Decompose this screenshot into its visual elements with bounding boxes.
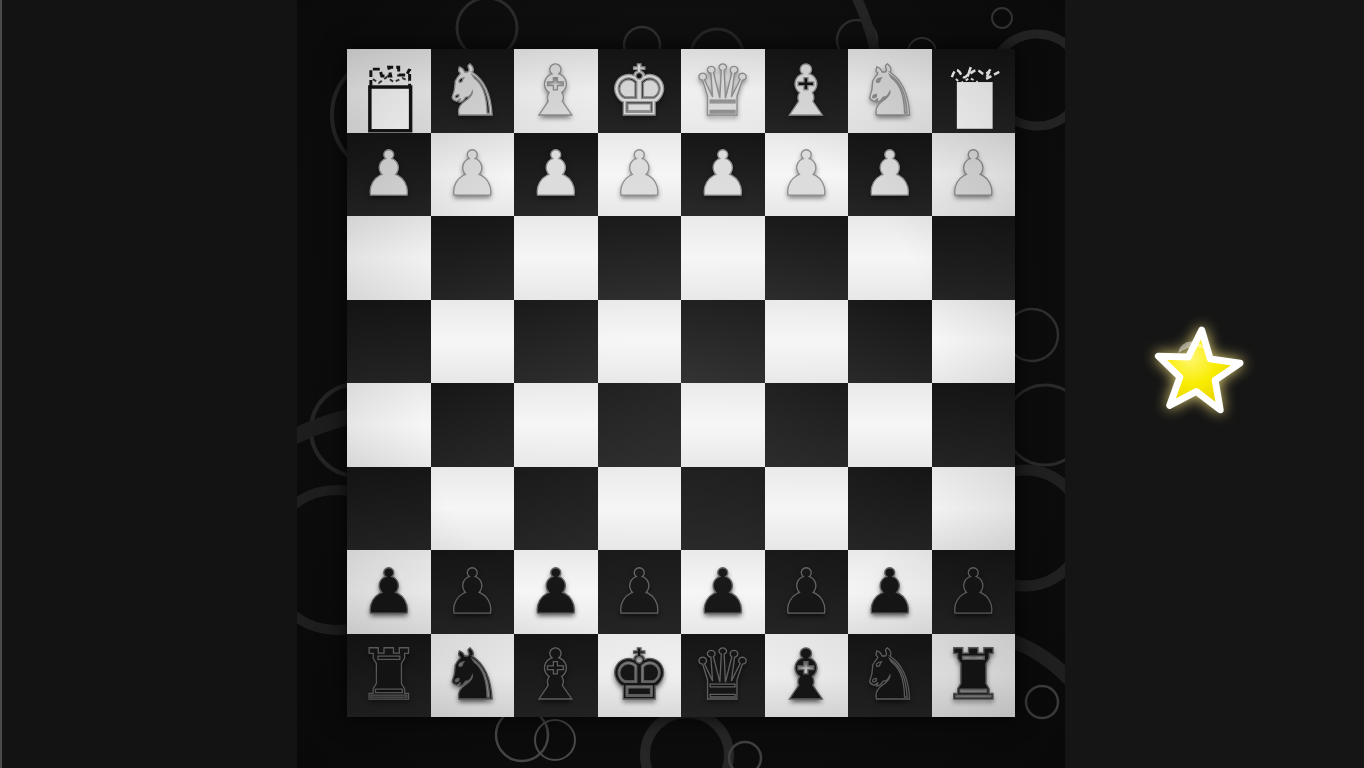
square-d4[interactable] — [681, 300, 765, 384]
square-h7[interactable]: ♟ — [347, 550, 431, 634]
piece-black-knight[interactable]: ♞ — [441, 640, 504, 710]
square-d7[interactable]: ♟ — [681, 550, 765, 634]
piece-white-queen[interactable]: ♛ — [691, 56, 754, 126]
square-g2[interactable]: ♟ — [431, 133, 515, 217]
square-e4[interactable] — [598, 300, 682, 384]
square-e6[interactable] — [598, 467, 682, 551]
square-e3[interactable] — [598, 216, 682, 300]
piece-black-king[interactable]: ♚ — [608, 640, 671, 710]
square-g3[interactable] — [431, 216, 515, 300]
piece-black-pawn[interactable]: ♟ — [945, 561, 1001, 623]
square-e8[interactable]: ♚ — [598, 634, 682, 718]
piece-white-bishop[interactable]: ♝ — [775, 56, 838, 126]
square-c2[interactable]: ♟ — [765, 133, 849, 217]
app-window: ♞♝♚♛♝♞♟♟♟♟♟♟♟♟♟♟♟♟♟♟♟♟♜♞♝♚♛♝♞♜ — [0, 0, 1364, 768]
square-b4[interactable] — [848, 300, 932, 384]
glitched-rook-sprite — [932, 49, 1016, 133]
square-b6[interactable] — [848, 467, 932, 551]
piece-black-pawn[interactable]: ♟ — [528, 561, 584, 623]
square-h1[interactable] — [347, 49, 431, 133]
square-f7[interactable]: ♟ — [514, 550, 598, 634]
square-f1[interactable]: ♝ — [514, 49, 598, 133]
piece-black-bishop[interactable]: ♝ — [524, 640, 587, 710]
square-a5[interactable] — [932, 383, 1016, 467]
chess-board: ♞♝♚♛♝♞♟♟♟♟♟♟♟♟♟♟♟♟♟♟♟♟♜♞♝♚♛♝♞♜ — [347, 49, 1015, 717]
square-h3[interactable] — [347, 216, 431, 300]
square-a4[interactable] — [932, 300, 1016, 384]
square-h6[interactable] — [347, 467, 431, 551]
piece-black-pawn[interactable]: ♟ — [361, 561, 417, 623]
square-g6[interactable] — [431, 467, 515, 551]
piece-black-bishop[interactable]: ♝ — [775, 640, 838, 710]
piece-white-knight[interactable]: ♞ — [441, 56, 504, 126]
square-b5[interactable] — [848, 383, 932, 467]
square-c7[interactable]: ♟ — [765, 550, 849, 634]
square-a3[interactable] — [932, 216, 1016, 300]
square-b8[interactable]: ♞ — [848, 634, 932, 718]
square-g4[interactable] — [431, 300, 515, 384]
square-g1[interactable]: ♞ — [431, 49, 515, 133]
square-a2[interactable]: ♟ — [932, 133, 1016, 217]
square-a6[interactable] — [932, 467, 1016, 551]
piece-white-knight[interactable]: ♞ — [858, 56, 921, 126]
square-h2[interactable]: ♟ — [347, 133, 431, 217]
square-h4[interactable] — [347, 300, 431, 384]
left-background-panel — [2, 0, 297, 768]
square-b7[interactable]: ♟ — [848, 550, 932, 634]
piece-black-rook[interactable]: ♜ — [942, 640, 1005, 710]
square-e7[interactable]: ♟ — [598, 550, 682, 634]
piece-white-pawn[interactable]: ♟ — [444, 143, 500, 205]
piece-black-pawn[interactable]: ♟ — [611, 561, 667, 623]
square-h5[interactable] — [347, 383, 431, 467]
piece-white-pawn[interactable]: ♟ — [945, 143, 1001, 205]
square-c3[interactable] — [765, 216, 849, 300]
square-f5[interactable] — [514, 383, 598, 467]
square-c4[interactable] — [765, 300, 849, 384]
square-h8[interactable]: ♜ — [347, 634, 431, 718]
square-d1[interactable]: ♛ — [681, 49, 765, 133]
square-f4[interactable] — [514, 300, 598, 384]
square-c8[interactable]: ♝ — [765, 634, 849, 718]
square-g7[interactable]: ♟ — [431, 550, 515, 634]
square-d3[interactable] — [681, 216, 765, 300]
bonus-star[interactable] — [1149, 320, 1247, 420]
square-g8[interactable]: ♞ — [431, 634, 515, 718]
piece-white-pawn[interactable]: ♟ — [528, 143, 584, 205]
square-e2[interactable]: ♟ — [598, 133, 682, 217]
piece-black-rook[interactable]: ♜ — [357, 640, 420, 710]
glitched-rook-sprite — [347, 49, 431, 133]
square-d8[interactable]: ♛ — [681, 634, 765, 718]
piece-white-pawn[interactable]: ♟ — [361, 143, 417, 205]
piece-black-pawn[interactable]: ♟ — [862, 561, 918, 623]
game-background: ♞♝♚♛♝♞♟♟♟♟♟♟♟♟♟♟♟♟♟♟♟♟♜♞♝♚♛♝♞♜ — [297, 0, 1065, 768]
piece-black-knight[interactable]: ♞ — [858, 640, 921, 710]
square-e1[interactable]: ♚ — [598, 49, 682, 133]
square-c6[interactable] — [765, 467, 849, 551]
square-d6[interactable] — [681, 467, 765, 551]
square-a7[interactable]: ♟ — [932, 550, 1016, 634]
square-b1[interactable]: ♞ — [848, 49, 932, 133]
piece-black-queen[interactable]: ♛ — [691, 640, 754, 710]
square-b3[interactable] — [848, 216, 932, 300]
square-f3[interactable] — [514, 216, 598, 300]
square-f8[interactable]: ♝ — [514, 634, 598, 718]
piece-white-pawn[interactable]: ♟ — [611, 143, 667, 205]
piece-white-pawn[interactable]: ♟ — [862, 143, 918, 205]
square-c5[interactable] — [765, 383, 849, 467]
piece-black-pawn[interactable]: ♟ — [695, 561, 751, 623]
square-a8[interactable]: ♜ — [932, 634, 1016, 718]
square-c1[interactable]: ♝ — [765, 49, 849, 133]
square-d2[interactable]: ♟ — [681, 133, 765, 217]
piece-white-king[interactable]: ♚ — [608, 56, 671, 126]
square-a1[interactable] — [932, 49, 1016, 133]
square-d5[interactable] — [681, 383, 765, 467]
piece-white-pawn[interactable]: ♟ — [695, 143, 751, 205]
square-f6[interactable] — [514, 467, 598, 551]
star-icon — [1149, 320, 1247, 420]
piece-black-pawn[interactable]: ♟ — [444, 561, 500, 623]
piece-black-pawn[interactable]: ♟ — [778, 561, 834, 623]
square-b2[interactable]: ♟ — [848, 133, 932, 217]
square-e5[interactable] — [598, 383, 682, 467]
square-f2[interactable]: ♟ — [514, 133, 598, 217]
square-g5[interactable] — [431, 383, 515, 467]
piece-white-pawn[interactable]: ♟ — [778, 143, 834, 205]
piece-white-bishop[interactable]: ♝ — [524, 56, 587, 126]
